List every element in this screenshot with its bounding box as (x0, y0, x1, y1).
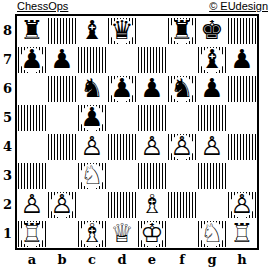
white-rook-h1: ♖ (227, 219, 257, 248)
black-knight-f6: ♞ (167, 74, 197, 103)
square-a3[interactable] (17, 161, 47, 190)
square-d3[interactable] (107, 161, 137, 190)
square-f2[interactable] (167, 190, 197, 219)
file-label-c: c (77, 252, 107, 267)
square-d8[interactable]: ♛ (107, 16, 137, 45)
square-d6[interactable]: ♟ (107, 74, 137, 103)
square-c8[interactable]: ♝ (77, 16, 107, 45)
square-h5[interactable] (227, 103, 257, 132)
square-g2[interactable] (197, 190, 227, 219)
square-h2[interactable]: ♙ (227, 190, 257, 219)
square-e2[interactable]: ♗ (137, 190, 167, 219)
square-b1[interactable] (47, 219, 77, 248)
square-g6[interactable]: ♟ (197, 74, 227, 103)
chessops-window: ChessOps © EUdesign 87654321 ♜♝♛♜♚♟♟♝♟♞♟… (0, 0, 270, 270)
square-f3[interactable] (167, 161, 197, 190)
white-pawn-e4: ♙ (137, 132, 167, 161)
credit-label: © EUdesign (209, 0, 268, 13)
black-knight-c6: ♞ (77, 74, 107, 103)
square-h1[interactable]: ♖ (227, 219, 257, 248)
square-d7[interactable] (107, 45, 137, 74)
square-c6[interactable]: ♞ (77, 74, 107, 103)
black-pawn-d6: ♟ (107, 74, 137, 103)
square-b3[interactable] (47, 161, 77, 190)
white-pawn-g4: ♙ (197, 132, 227, 161)
square-d4[interactable] (107, 132, 137, 161)
white-pawn-b2: ♙ (47, 190, 77, 219)
square-c1[interactable]: ♗ (77, 219, 107, 248)
chess-board: ♜♝♛♜♚♟♟♝♟♞♟♟♞♟♟♙♙♙♙♘♙♙♗♙♖♗♕♔♘♖ (15, 14, 259, 250)
square-a7[interactable]: ♟ (17, 45, 47, 74)
rank-label-6: 6 (0, 74, 15, 103)
square-d5[interactable] (107, 103, 137, 132)
app-title: ChessOps (17, 0, 68, 13)
file-label-h: h (227, 252, 257, 267)
black-pawn-h7: ♟ (227, 45, 257, 74)
square-f5[interactable] (167, 103, 197, 132)
square-g4[interactable]: ♙ (197, 132, 227, 161)
square-b8[interactable] (47, 16, 77, 45)
black-queen-d8: ♛ (107, 16, 137, 45)
square-a6[interactable] (17, 74, 47, 103)
file-label-g: g (197, 252, 227, 267)
white-king-e1: ♔ (137, 219, 167, 248)
square-c7[interactable] (77, 45, 107, 74)
square-f6[interactable]: ♞ (167, 74, 197, 103)
square-c4[interactable]: ♙ (77, 132, 107, 161)
black-pawn-g6: ♟ (197, 74, 227, 103)
white-pawn-c4: ♙ (77, 132, 107, 161)
black-bishop-g7: ♝ (197, 45, 227, 74)
square-a5[interactable] (17, 103, 47, 132)
square-f8[interactable]: ♜ (167, 16, 197, 45)
square-a1[interactable]: ♖ (17, 219, 47, 248)
black-rook-a8: ♜ (17, 16, 47, 45)
white-queen-d1: ♕ (107, 219, 137, 248)
black-pawn-b7: ♟ (47, 45, 77, 74)
rank-label-7: 7 (0, 45, 15, 74)
square-b7[interactable]: ♟ (47, 45, 77, 74)
square-e6[interactable]: ♟ (137, 74, 167, 103)
square-e5[interactable] (137, 103, 167, 132)
rank-label-1: 1 (0, 219, 15, 248)
square-d2[interactable] (107, 190, 137, 219)
square-g3[interactable] (197, 161, 227, 190)
rank-labels: 87654321 (0, 16, 15, 248)
square-c2[interactable] (77, 190, 107, 219)
square-h6[interactable] (227, 74, 257, 103)
rank-label-4: 4 (0, 132, 15, 161)
file-label-d: d (107, 252, 137, 267)
file-labels: abcdefgh (17, 252, 257, 267)
square-b6[interactable] (47, 74, 77, 103)
white-bishop-c1: ♗ (77, 219, 107, 248)
square-a2[interactable]: ♙ (17, 190, 47, 219)
square-h7[interactable]: ♟ (227, 45, 257, 74)
rank-label-5: 5 (0, 103, 15, 132)
white-pawn-f4: ♙ (167, 132, 197, 161)
square-h3[interactable] (227, 161, 257, 190)
black-bishop-c8: ♝ (77, 16, 107, 45)
square-c3[interactable]: ♘ (77, 161, 107, 190)
square-g7[interactable]: ♝ (197, 45, 227, 74)
square-f1[interactable] (167, 219, 197, 248)
square-a8[interactable]: ♜ (17, 16, 47, 45)
square-e7[interactable] (137, 45, 167, 74)
square-f4[interactable]: ♙ (167, 132, 197, 161)
file-label-b: b (47, 252, 77, 267)
file-label-a: a (17, 252, 47, 267)
white-pawn-h2: ♙ (227, 190, 257, 219)
black-pawn-a7: ♟ (17, 45, 47, 74)
rank-label-2: 2 (0, 190, 15, 219)
square-e4[interactable]: ♙ (137, 132, 167, 161)
square-b4[interactable] (47, 132, 77, 161)
white-knight-g1: ♘ (197, 219, 227, 248)
square-c5[interactable]: ♟ (77, 103, 107, 132)
square-b2[interactable]: ♙ (47, 190, 77, 219)
square-e3[interactable] (137, 161, 167, 190)
black-king-g8: ♚ (197, 16, 227, 45)
rank-label-3: 3 (0, 161, 15, 190)
white-rook-a1: ♖ (17, 219, 47, 248)
white-bishop-e2: ♗ (137, 190, 167, 219)
square-h8[interactable] (227, 16, 257, 45)
square-e1[interactable]: ♔ (137, 219, 167, 248)
square-e8[interactable] (137, 16, 167, 45)
file-label-f: f (167, 252, 197, 267)
square-b5[interactable] (47, 103, 77, 132)
black-rook-f8: ♜ (167, 16, 197, 45)
square-f7[interactable] (167, 45, 197, 74)
square-g8[interactable]: ♚ (197, 16, 227, 45)
black-pawn-c5: ♟ (77, 103, 107, 132)
rank-label-8: 8 (0, 16, 15, 45)
square-a4[interactable] (17, 132, 47, 161)
white-knight-c3: ♘ (77, 161, 107, 190)
square-d1[interactable]: ♕ (107, 219, 137, 248)
white-pawn-a2: ♙ (17, 190, 47, 219)
black-pawn-e6: ♟ (137, 74, 167, 103)
file-label-e: e (137, 252, 167, 267)
square-g5[interactable] (197, 103, 227, 132)
square-g1[interactable]: ♘ (197, 219, 227, 248)
square-h4[interactable] (227, 132, 257, 161)
